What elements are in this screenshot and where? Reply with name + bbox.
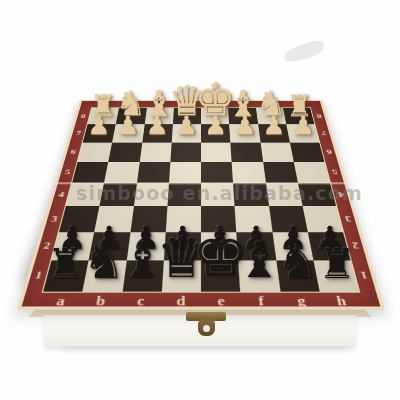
piece-white-pawn-d7: ♟ [171,113,202,138]
piece-white-pawn-b7: ♟ [112,113,143,138]
piece-white-pawn-h7: ♟ [288,113,319,138]
piece-black-rook-h1: ♜ [314,244,361,285]
watermark-text: simbooo en.alibaba.com [76,182,363,204]
piece-white-pawn-c7: ♟ [142,113,173,138]
piece-white-pawn-e7: ♟ [200,113,231,138]
piece-white-pawn-f7: ♟ [229,113,260,138]
piece-white-pawn-a7: ♟ [83,113,114,138]
product-photo: aabbccddeeffgghh1122334455667788 ♜♞♝♛♚♝♞… [0,0,400,400]
piece-white-pawn-g7: ♟ [258,113,289,138]
